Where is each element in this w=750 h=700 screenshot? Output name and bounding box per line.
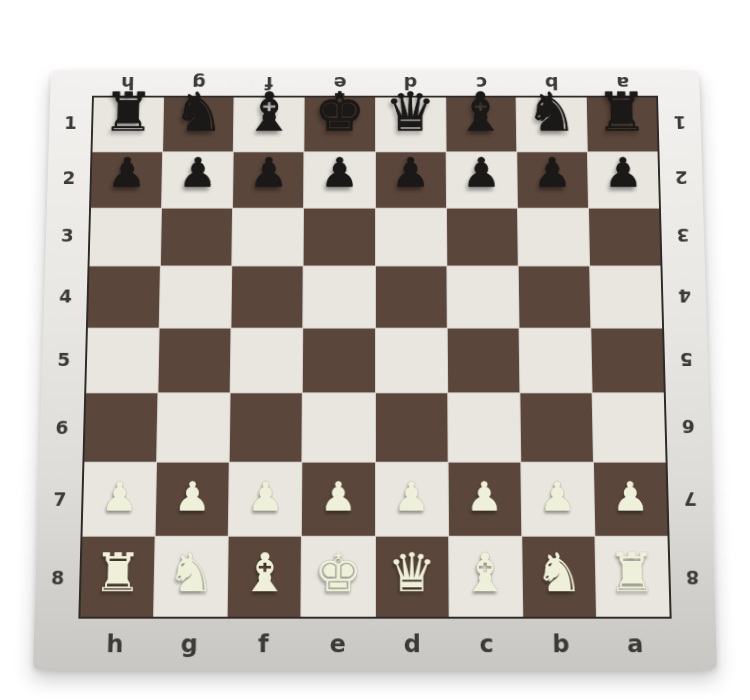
- rank-label-6-right: 6: [666, 392, 711, 462]
- black-pawn[interactable]: ♟: [462, 152, 501, 193]
- white-knight[interactable]: ♞: [534, 546, 584, 600]
- white-pawn[interactable]: ♟: [539, 477, 577, 517]
- square-e7[interactable]: ♟: [302, 462, 374, 535]
- square-b5[interactable]: [519, 329, 591, 393]
- square-c5[interactable]: [447, 329, 519, 393]
- black-pawn[interactable]: ♟: [533, 152, 572, 193]
- square-d4[interactable]: [375, 267, 446, 328]
- black-pawn[interactable]: ♟: [249, 152, 288, 193]
- square-c2[interactable]: ♟: [446, 152, 517, 207]
- square-b2[interactable]: ♟: [517, 152, 588, 207]
- square-e8[interactable]: ♚: [302, 537, 375, 617]
- file-label-f-bottom: f: [226, 619, 301, 670]
- square-c3[interactable]: [447, 208, 518, 266]
- square-b7[interactable]: ♟: [521, 462, 594, 535]
- white-knight[interactable]: ♞: [166, 546, 216, 600]
- white-pawn[interactable]: ♟: [247, 477, 284, 517]
- chess-mat: 12345678 12345678 hgfedcba hgfedcba ♜♞♝♚…: [33, 71, 717, 670]
- black-pawn[interactable]: ♟: [603, 152, 643, 193]
- file-label-g-bottom: g: [152, 619, 227, 670]
- square-f5[interactable]: [231, 329, 303, 393]
- square-g8[interactable]: ♞: [154, 537, 228, 617]
- square-c6[interactable]: [448, 393, 520, 461]
- square-h3[interactable]: [89, 208, 161, 266]
- board-frame: ♜♞♝♚♛♝♞♜♟♟♟♟♟♟♟♟♟♟♟♟♟♟♟♟♜♞♝♚♛♝♞♜: [78, 96, 671, 619]
- black-king[interactable]: ♚: [314, 85, 365, 139]
- square-f7[interactable]: ♟: [229, 462, 302, 535]
- square-d6[interactable]: [375, 393, 447, 461]
- square-g2[interactable]: ♟: [162, 152, 233, 207]
- square-c8[interactable]: ♝: [449, 537, 522, 617]
- rank-label-1-right: 1: [658, 96, 701, 150]
- square-d8[interactable]: ♛: [375, 537, 448, 617]
- square-h1[interactable]: ♜: [92, 97, 163, 151]
- rank-label-4-right: 4: [662, 265, 706, 327]
- rank-label-1-left: 1: [49, 96, 92, 150]
- black-queen[interactable]: ♛: [385, 85, 436, 139]
- chess-board: ♜♞♝♚♛♝♞♜♟♟♟♟♟♟♟♟♟♟♟♟♟♟♟♟♜♞♝♚♛♝♞♜: [78, 96, 671, 619]
- black-pawn[interactable]: ♟: [107, 152, 147, 193]
- white-rook[interactable]: ♜: [93, 546, 143, 600]
- square-f2[interactable]: ♟: [233, 152, 304, 207]
- square-d5[interactable]: [375, 329, 446, 393]
- file-label-d-bottom: d: [375, 619, 450, 670]
- white-bishop[interactable]: ♝: [461, 546, 510, 600]
- square-h8[interactable]: ♜: [80, 537, 154, 617]
- square-c4[interactable]: [447, 267, 518, 328]
- square-e4[interactable]: [304, 267, 375, 328]
- file-label-b-bottom: b: [523, 619, 598, 670]
- black-pawn[interactable]: ♟: [178, 152, 217, 193]
- square-a3[interactable]: [589, 208, 661, 266]
- black-bishop[interactable]: ♝: [455, 85, 507, 139]
- square-d3[interactable]: [375, 208, 446, 266]
- square-b1[interactable]: ♞: [516, 97, 587, 151]
- black-pawn[interactable]: ♟: [391, 152, 430, 193]
- square-g4[interactable]: [160, 267, 232, 328]
- square-b6[interactable]: [520, 393, 593, 461]
- file-label-e-bottom: e: [301, 619, 376, 670]
- file-label-h-bottom: h: [77, 619, 153, 670]
- photo-stage: 12345678 12345678 hgfedcba hgfedcba ♜♞♝♚…: [0, 0, 750, 700]
- square-a1[interactable]: ♜: [587, 97, 658, 151]
- square-d2[interactable]: ♟: [375, 152, 445, 207]
- black-knight[interactable]: ♞: [525, 85, 577, 139]
- white-rook[interactable]: ♜: [607, 546, 657, 600]
- rank-label-7-left: 7: [37, 462, 82, 537]
- rank-label-3-right: 3: [661, 206, 705, 265]
- black-bishop[interactable]: ♝: [243, 85, 295, 139]
- square-g5[interactable]: [159, 329, 231, 393]
- black-rook[interactable]: ♜: [102, 85, 154, 139]
- white-pawn[interactable]: ♟: [393, 477, 430, 517]
- white-pawn[interactable]: ♟: [174, 477, 212, 517]
- square-e6[interactable]: [303, 393, 375, 461]
- square-d7[interactable]: ♟: [375, 462, 447, 535]
- white-pawn[interactable]: ♟: [466, 477, 503, 517]
- square-h4[interactable]: [88, 267, 160, 328]
- rank-label-2-right: 2: [659, 150, 703, 206]
- square-c7[interactable]: ♟: [448, 462, 521, 535]
- square-a5[interactable]: [591, 329, 664, 393]
- square-b8[interactable]: ♞: [522, 537, 596, 617]
- square-e2[interactable]: ♟: [304, 152, 374, 207]
- white-pawn[interactable]: ♟: [100, 477, 138, 517]
- black-pawn[interactable]: ♟: [320, 152, 359, 193]
- rank-label-2-left: 2: [47, 150, 91, 206]
- rank-label-3-left: 3: [45, 206, 89, 265]
- white-bishop[interactable]: ♝: [240, 546, 289, 600]
- square-g1[interactable]: ♞: [163, 97, 234, 151]
- rank-label-8-left: 8: [35, 537, 81, 619]
- square-f8[interactable]: ♝: [228, 537, 301, 617]
- rank-label-7-right: 7: [668, 462, 713, 537]
- white-pawn[interactable]: ♟: [612, 477, 650, 517]
- square-f4[interactable]: [232, 267, 303, 328]
- square-g7[interactable]: ♟: [156, 462, 229, 535]
- square-h2[interactable]: ♟: [91, 152, 162, 207]
- square-h5[interactable]: [86, 329, 159, 393]
- square-b4[interactable]: [518, 267, 590, 328]
- rank-label-5-left: 5: [41, 327, 86, 392]
- square-h7[interactable]: ♟: [82, 462, 156, 535]
- rank-label-6-left: 6: [39, 392, 84, 462]
- square-g3[interactable]: [161, 208, 232, 266]
- rank-label-4-left: 4: [43, 265, 87, 327]
- file-labels-bottom: hgfedcba: [77, 619, 673, 670]
- square-h6[interactable]: [84, 393, 157, 461]
- square-f1[interactable]: ♝: [234, 97, 304, 151]
- square-a6[interactable]: [592, 393, 665, 461]
- square-a4[interactable]: [590, 267, 662, 328]
- square-e5[interactable]: [303, 329, 374, 393]
- file-label-a-bottom: a: [597, 619, 673, 670]
- file-label-c-bottom: c: [449, 619, 524, 670]
- square-e3[interactable]: [304, 208, 375, 266]
- black-knight[interactable]: ♞: [173, 85, 225, 139]
- white-king[interactable]: ♚: [314, 546, 363, 600]
- rank-label-5-right: 5: [664, 327, 709, 392]
- rank-label-8-right: 8: [670, 537, 716, 619]
- square-c1[interactable]: ♝: [446, 97, 516, 151]
- square-b3[interactable]: [518, 208, 589, 266]
- square-a8[interactable]: ♜: [595, 537, 669, 617]
- square-e1[interactable]: ♚: [305, 97, 375, 151]
- square-a2[interactable]: ♟: [588, 152, 659, 207]
- black-rook[interactable]: ♜: [596, 85, 648, 139]
- white-queen[interactable]: ♛: [387, 546, 436, 600]
- square-d1[interactable]: ♛: [375, 97, 445, 151]
- square-a7[interactable]: ♟: [594, 462, 668, 535]
- square-f6[interactable]: [230, 393, 302, 461]
- square-f3[interactable]: [232, 208, 303, 266]
- white-pawn[interactable]: ♟: [320, 477, 357, 517]
- square-g6[interactable]: [157, 393, 230, 461]
